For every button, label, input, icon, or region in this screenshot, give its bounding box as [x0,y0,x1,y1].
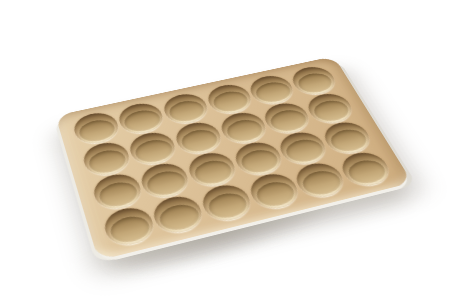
cup-r2-c1 [80,139,134,179]
cup-r1-c6 [287,64,340,98]
cup-r1-c4 [203,82,256,117]
cup-r3-c3 [184,149,240,190]
cup-r4-c6 [336,149,395,190]
cup-r3-c1 [90,170,146,213]
cup-r1-c1 [70,110,122,148]
cup-r4-c1 [100,204,158,250]
cup-r3-c5 [275,129,332,168]
cup-r1-c5 [246,73,299,108]
cup-r3-c2 [137,160,193,202]
cup-r2-c3 [172,119,226,157]
cup-r3-c4 [230,139,287,179]
photo-canvas [0,0,450,299]
cup-r3-c6 [319,119,376,157]
cup-r1-c2 [116,100,168,137]
cup-r4-c4 [245,170,304,213]
cup-r2-c4 [216,109,271,147]
cup-r4-c3 [198,181,256,225]
cup-r2-c2 [126,129,180,168]
cup-r2-c6 [303,90,358,126]
cup-r4-c2 [149,192,207,237]
cup-r2-c5 [260,100,315,137]
cup-r4-c5 [291,159,350,201]
cup-r1-c3 [160,91,212,127]
